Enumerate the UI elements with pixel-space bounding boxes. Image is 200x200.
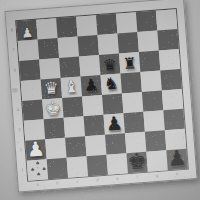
- square-g6[interactable]: [139, 51, 160, 72]
- rank-label-7: 7: [10, 47, 16, 52]
- black-pawn-d5[interactable]: ♟: [83, 78, 99, 96]
- rank-label-3: 3: [16, 127, 22, 132]
- square-c4[interactable]: [62, 96, 83, 117]
- square-b5[interactable]: ♛: [41, 78, 62, 99]
- square-d4[interactable]: [82, 95, 103, 116]
- square-d6[interactable]: [79, 55, 100, 76]
- square-g4[interactable]: [142, 90, 163, 111]
- file-label-e: e: [107, 175, 127, 181]
- white-pawn-a2[interactable]: ♟: [26, 138, 46, 160]
- file-label-h: h: [167, 171, 187, 177]
- square-c8[interactable]: [56, 17, 77, 38]
- square-d7[interactable]: [78, 35, 99, 56]
- square-a5[interactable]: [21, 79, 42, 100]
- rank-label-8: 8: [9, 27, 15, 32]
- square-f1[interactable]: ♚: [126, 152, 147, 173]
- file-label-a: a: [27, 181, 47, 187]
- square-h6[interactable]: [159, 49, 180, 70]
- square-a6[interactable]: [19, 60, 40, 81]
- square-e8[interactable]: [96, 14, 117, 35]
- black-king-f1[interactable]: ♚: [127, 149, 148, 172]
- square-g5[interactable]: [140, 70, 161, 91]
- black-knight-e5[interactable]: ♞: [103, 76, 119, 94]
- square-c1[interactable]: [67, 156, 88, 177]
- file-label-c: c: [67, 178, 87, 184]
- square-g1[interactable]: [146, 150, 167, 171]
- square-a7[interactable]: [18, 40, 39, 61]
- square-e1[interactable]: [106, 153, 127, 174]
- square-h7[interactable]: [157, 29, 178, 50]
- square-f3[interactable]: [123, 112, 144, 133]
- spade-icon: ♠: [42, 166, 47, 171]
- white-pawn-a8[interactable]: ♟: [21, 26, 34, 40]
- white-bishop-c5[interactable]: ♝: [63, 79, 79, 97]
- square-f7[interactable]: [117, 32, 138, 53]
- file-label-g: g: [147, 172, 167, 178]
- rank-label-1: 1: [19, 167, 25, 172]
- square-c6[interactable]: [59, 57, 80, 78]
- square-d2[interactable]: [85, 135, 106, 156]
- square-e3[interactable]: ♟: [103, 113, 124, 134]
- square-a2[interactable]: ♟: [25, 139, 46, 160]
- file-label-d: d: [87, 177, 107, 183]
- square-d1[interactable]: [87, 155, 108, 176]
- square-e6[interactable]: ♛: [99, 54, 120, 75]
- square-f6[interactable]: ♜: [119, 52, 140, 73]
- black-rook-f6[interactable]: ♜: [122, 56, 137, 72]
- white-king-b4[interactable]: ♚: [44, 99, 61, 118]
- chess-board: 12345678 abcdefgh Ⓒ ♠ ♠ ♠ ♠ • ♟♛♜♛♝♟♞♚♟♟…: [4, 0, 197, 192]
- square-e7[interactable]: [97, 34, 118, 55]
- white-queen-b5[interactable]: ♛: [43, 81, 59, 99]
- corner-emblem: ♠ ♠ ♠ ♠ •: [30, 160, 47, 177]
- square-b2[interactable]: [45, 138, 66, 159]
- spade-icon: ♠: [30, 167, 35, 172]
- square-c5[interactable]: ♝: [61, 76, 82, 97]
- emblem-center-dot: •: [37, 167, 39, 170]
- square-b3[interactable]: [44, 118, 65, 139]
- square-e5[interactable]: ♞: [100, 73, 121, 94]
- black-pawn-h1[interactable]: ♟: [167, 146, 188, 169]
- square-e2[interactable]: [105, 133, 126, 154]
- square-h4[interactable]: [162, 89, 183, 110]
- black-pawn-e3[interactable]: ♟: [105, 113, 123, 133]
- square-d3[interactable]: [84, 115, 105, 136]
- square-d5[interactable]: ♟: [81, 75, 102, 96]
- board-grid: ♟♛♜♛♝♟♞♚♟♟♚♟: [15, 8, 189, 182]
- square-d8[interactable]: [76, 15, 97, 36]
- square-g8[interactable]: [136, 11, 157, 32]
- file-label-f: f: [127, 174, 147, 180]
- square-f5[interactable]: [120, 72, 141, 93]
- square-g3[interactable]: [143, 110, 164, 131]
- square-b8[interactable]: [36, 18, 57, 39]
- square-b4[interactable]: ♚: [42, 98, 63, 119]
- square-c3[interactable]: [64, 116, 85, 137]
- square-g7[interactable]: [137, 31, 158, 52]
- square-c7[interactable]: [58, 37, 79, 58]
- square-g2[interactable]: [145, 130, 166, 151]
- square-a4[interactable]: [22, 99, 43, 120]
- square-a8[interactable]: ♟: [16, 20, 37, 41]
- black-queen-e6[interactable]: ♛: [102, 57, 117, 73]
- chessboard-photo: 12345678 abcdefgh Ⓒ ♠ ♠ ♠ ♠ • ♟♛♜♛♝♟♞♚♟♟…: [0, 0, 200, 200]
- square-h5[interactable]: [160, 69, 181, 90]
- rank-label-2: 2: [18, 147, 24, 152]
- square-b1[interactable]: [47, 158, 68, 179]
- square-h1[interactable]: ♟: [166, 149, 187, 170]
- square-f4[interactable]: [122, 92, 143, 113]
- file-label-b: b: [47, 180, 67, 186]
- square-b6[interactable]: [39, 58, 60, 79]
- square-b7[interactable]: [38, 38, 59, 59]
- square-h8[interactable]: [156, 9, 177, 30]
- square-c2[interactable]: [65, 136, 86, 157]
- square-f8[interactable]: [116, 12, 137, 33]
- square-h3[interactable]: [163, 109, 184, 130]
- spade-icon: ♠: [36, 172, 41, 177]
